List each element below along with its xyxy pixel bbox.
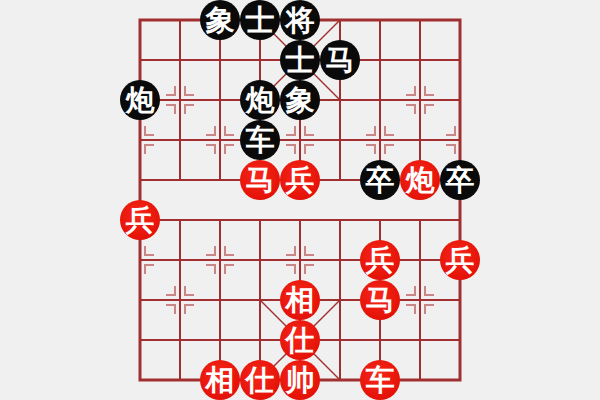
piece-red-soldier[interactable]: 兵 [120, 200, 160, 240]
piece-red-general[interactable]: 帅 [280, 360, 320, 400]
piece-black-advisor[interactable]: 士 [280, 40, 320, 80]
piece-red-elephant[interactable]: 相 [280, 280, 320, 320]
piece-red-advisor[interactable]: 仕 [240, 360, 280, 400]
piece-black-cannon[interactable]: 炮 [240, 80, 280, 120]
piece-red-soldier[interactable]: 兵 [280, 160, 320, 200]
piece-black-general[interactable]: 将 [280, 0, 320, 40]
piece-red-chariot[interactable]: 车 [360, 360, 400, 400]
piece-black-elephant[interactable]: 象 [280, 80, 320, 120]
piece-red-advisor[interactable]: 仕 [280, 320, 320, 360]
piece-red-horse[interactable]: 马 [240, 160, 280, 200]
piece-black-chariot[interactable]: 车 [240, 120, 280, 160]
piece-red-cannon[interactable]: 炮 [400, 160, 440, 200]
piece-black-horse[interactable]: 马 [320, 40, 360, 80]
piece-black-soldier[interactable]: 卒 [360, 160, 400, 200]
piece-black-soldier[interactable]: 卒 [440, 160, 480, 200]
piece-black-cannon[interactable]: 炮 [120, 80, 160, 120]
piece-red-elephant[interactable]: 相 [200, 360, 240, 400]
piece-red-soldier[interactable]: 兵 [440, 240, 480, 280]
piece-red-horse[interactable]: 马 [360, 280, 400, 320]
piece-black-advisor[interactable]: 士 [240, 0, 280, 40]
piece-red-soldier[interactable]: 兵 [360, 240, 400, 280]
xiangqi-board[interactable]: 象士将士马炮炮象车马兵卒炮卒兵兵兵相马仕相仕帅车 [0, 0, 600, 400]
piece-black-elephant[interactable]: 象 [200, 0, 240, 40]
